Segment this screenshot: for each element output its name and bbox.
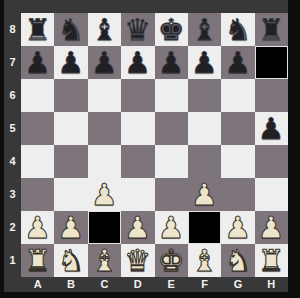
piece-black-bishop[interactable]: ♝ (191, 13, 218, 46)
square-d3[interactable] (121, 178, 154, 211)
piece-black-pawn[interactable]: ♟ (258, 112, 285, 145)
square-h3[interactable] (255, 178, 288, 211)
square-a1[interactable]: ♜ (21, 244, 54, 277)
piece-white-rook[interactable]: ♜ (24, 244, 51, 277)
square-g4[interactable] (221, 145, 254, 178)
square-a5[interactable] (21, 112, 54, 145)
square-a4[interactable] (21, 145, 54, 178)
square-e2[interactable]: ♟ (155, 211, 188, 244)
piece-black-king[interactable]: ♚ (158, 13, 185, 46)
file-label-a: A (21, 277, 54, 292)
square-f6[interactable] (188, 79, 221, 112)
square-b1[interactable]: ♞ (54, 244, 87, 277)
file-label-h: H (255, 277, 288, 292)
piece-black-knight[interactable]: ♞ (58, 13, 85, 46)
piece-white-king[interactable]: ♚ (158, 244, 185, 277)
square-a3[interactable] (21, 178, 54, 211)
square-c6[interactable] (88, 79, 121, 112)
square-b4[interactable] (54, 145, 87, 178)
window-edge-right (288, 0, 300, 298)
square-f7[interactable]: ♟ (188, 46, 221, 79)
piece-white-pawn[interactable]: ♟ (224, 211, 251, 244)
piece-black-pawn[interactable]: ♟ (24, 46, 51, 79)
piece-black-knight[interactable]: ♞ (224, 13, 251, 46)
file-label-d: D (121, 277, 154, 292)
piece-white-rook[interactable]: ♜ (258, 244, 285, 277)
window-edge-left (0, 0, 4, 298)
square-a7[interactable]: ♟ (21, 46, 54, 79)
square-g8[interactable]: ♞ (221, 13, 254, 46)
piece-white-queen[interactable]: ♛ (124, 244, 151, 277)
square-d6[interactable] (121, 79, 154, 112)
rank-coordinates: 87654321 (4, 13, 21, 277)
square-f5[interactable] (188, 112, 221, 145)
square-f1[interactable]: ♝ (188, 244, 221, 277)
square-c7[interactable]: ♟ (88, 46, 121, 79)
square-b5[interactable] (54, 112, 87, 145)
square-h6[interactable] (255, 79, 288, 112)
rank-label-7: 7 (4, 46, 21, 79)
square-a6[interactable] (21, 79, 54, 112)
piece-black-rook[interactable]: ♜ (24, 13, 51, 46)
piece-white-knight[interactable]: ♞ (58, 244, 85, 277)
square-d5[interactable] (121, 112, 154, 145)
piece-black-pawn[interactable]: ♟ (158, 46, 185, 79)
file-label-b: B (54, 277, 87, 292)
piece-black-pawn[interactable]: ♟ (224, 46, 251, 79)
piece-black-pawn[interactable]: ♟ (191, 46, 218, 79)
rank-label-5: 5 (4, 112, 21, 145)
square-h4[interactable] (255, 145, 288, 178)
piece-white-pawn[interactable]: ♟ (191, 178, 218, 211)
piece-white-knight[interactable]: ♞ (224, 244, 251, 277)
file-label-f: F (188, 277, 221, 292)
square-h7[interactable] (255, 46, 288, 79)
file-coordinates: ABCDEFGH (21, 277, 288, 292)
square-g2[interactable]: ♟ (221, 211, 254, 244)
square-g1[interactable]: ♞ (221, 244, 254, 277)
square-a8[interactable]: ♜ (21, 13, 54, 46)
square-f3[interactable]: ♟ (188, 178, 221, 211)
window-edge-bottom (0, 292, 300, 298)
rank-label-8: 8 (4, 13, 21, 46)
square-c3[interactable]: ♟ (88, 178, 121, 211)
piece-black-pawn[interactable]: ♟ (91, 46, 118, 79)
piece-white-pawn[interactable]: ♟ (58, 211, 85, 244)
square-h8[interactable]: ♜ (255, 13, 288, 46)
chess-app-window: ♜♞♝♛♚♝♞♜♟♟♟♟♟♟♟♟♟♟♟♟♟♟♟♟♜♞♝♛♚♝♞♜ 8765432… (0, 0, 300, 298)
piece-white-pawn[interactable]: ♟ (258, 211, 285, 244)
square-c5[interactable] (88, 112, 121, 145)
piece-white-pawn[interactable]: ♟ (124, 211, 151, 244)
square-b3[interactable] (54, 178, 87, 211)
rank-label-2: 2 (4, 211, 21, 244)
square-d2[interactable]: ♟ (121, 211, 154, 244)
square-h1[interactable]: ♜ (255, 244, 288, 277)
square-b7[interactable]: ♟ (54, 46, 87, 79)
square-e3[interactable] (155, 178, 188, 211)
piece-white-bishop[interactable]: ♝ (91, 244, 118, 277)
square-g7[interactable]: ♟ (221, 46, 254, 79)
square-e4[interactable] (155, 145, 188, 178)
square-g6[interactable] (221, 79, 254, 112)
rank-label-4: 4 (4, 145, 21, 178)
square-h5[interactable]: ♟ (255, 112, 288, 145)
piece-white-pawn[interactable]: ♟ (158, 211, 185, 244)
square-a2[interactable]: ♟ (21, 211, 54, 244)
file-label-c: C (88, 277, 121, 292)
square-d1[interactable]: ♛ (121, 244, 154, 277)
square-g3[interactable] (221, 178, 254, 211)
chess-board: ♜♞♝♛♚♝♞♜♟♟♟♟♟♟♟♟♟♟♟♟♟♟♟♟♜♞♝♛♚♝♞♜ (21, 13, 288, 277)
square-c4[interactable] (88, 145, 121, 178)
piece-white-bishop[interactable]: ♝ (191, 244, 218, 277)
file-label-g: G (221, 277, 254, 292)
square-e8[interactable]: ♚ (155, 13, 188, 46)
square-f4[interactable] (188, 145, 221, 178)
square-f8[interactable]: ♝ (188, 13, 221, 46)
square-b8[interactable]: ♞ (54, 13, 87, 46)
square-e1[interactable]: ♚ (155, 244, 188, 277)
square-e7[interactable]: ♟ (155, 46, 188, 79)
square-d8[interactable]: ♛ (121, 13, 154, 46)
piece-black-pawn[interactable]: ♟ (58, 46, 85, 79)
square-g5[interactable] (221, 112, 254, 145)
square-e6[interactable] (155, 79, 188, 112)
rank-label-1: 1 (4, 244, 21, 277)
square-c1[interactable]: ♝ (88, 244, 121, 277)
rank-label-6: 6 (4, 79, 21, 112)
square-d7[interactable]: ♟ (121, 46, 154, 79)
piece-black-rook[interactable]: ♜ (258, 13, 285, 46)
piece-white-pawn[interactable]: ♟ (91, 178, 118, 211)
square-b2[interactable]: ♟ (54, 211, 87, 244)
piece-black-queen[interactable]: ♛ (124, 13, 151, 46)
square-f2[interactable] (188, 211, 221, 244)
file-label-e: E (155, 277, 188, 292)
piece-white-pawn[interactable]: ♟ (24, 211, 51, 244)
square-c2[interactable] (88, 211, 121, 244)
rank-label-3: 3 (4, 178, 21, 211)
square-h2[interactable]: ♟ (255, 211, 288, 244)
square-c8[interactable]: ♝ (88, 13, 121, 46)
piece-black-bishop[interactable]: ♝ (91, 13, 118, 46)
square-e5[interactable] (155, 112, 188, 145)
square-d4[interactable] (121, 145, 154, 178)
square-b6[interactable] (54, 79, 87, 112)
piece-black-pawn[interactable]: ♟ (124, 46, 151, 79)
